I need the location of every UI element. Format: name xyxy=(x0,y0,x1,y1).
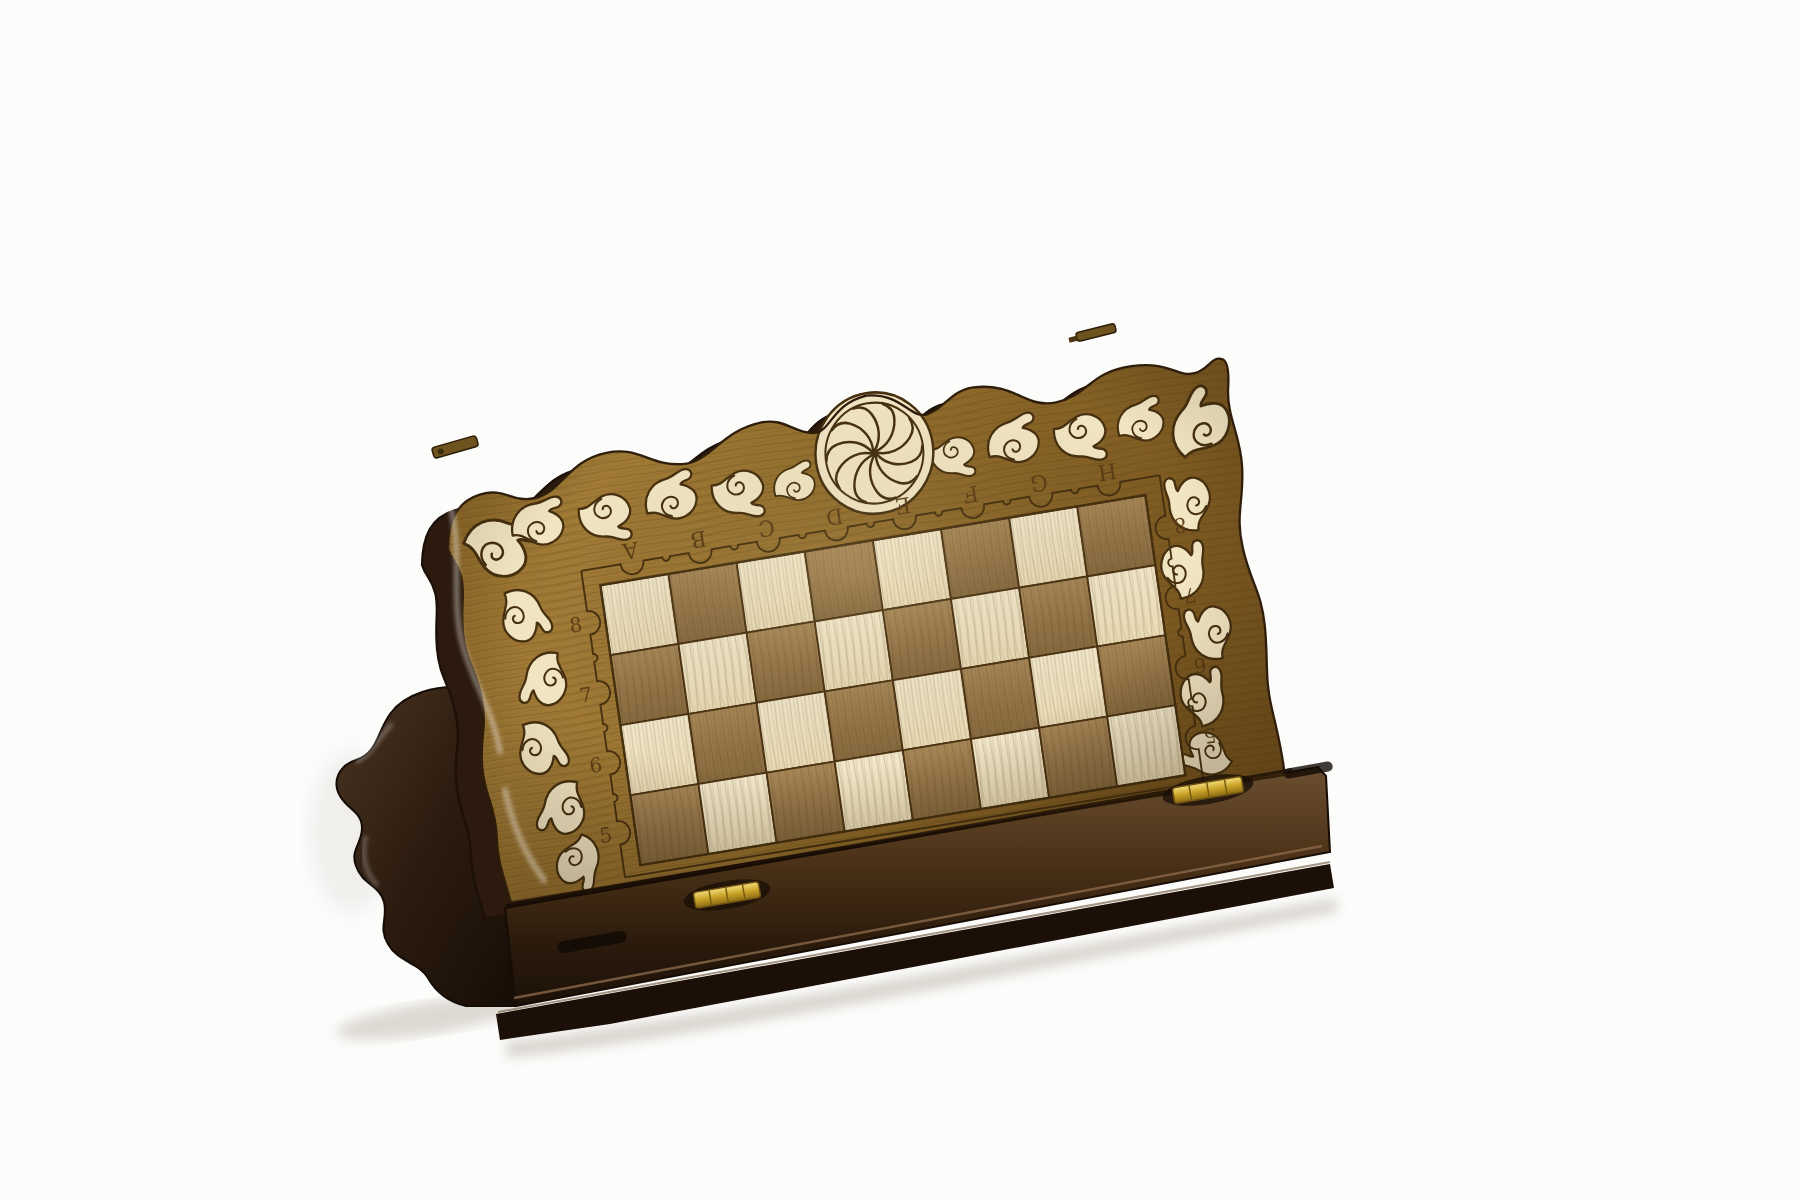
brass-latch-2 xyxy=(1068,323,1117,343)
product-photo-stage: A B C D E F G H 8 7 6 5 8 7 6 5 xyxy=(0,0,1800,1200)
photo-svg: A B C D E F G H 8 7 6 5 8 7 6 5 xyxy=(0,0,1800,1200)
brass-latch-1 xyxy=(431,435,478,458)
